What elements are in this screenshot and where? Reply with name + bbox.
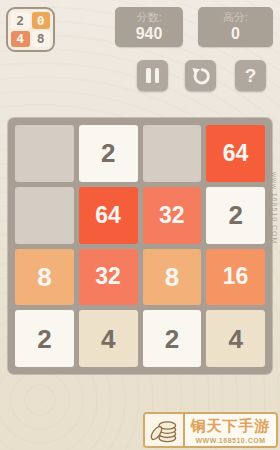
empty-cell [15,187,74,244]
tile-32: 32 [143,187,202,244]
pause-button[interactable] [137,60,168,91]
help-icon: ? [245,65,257,87]
best-score-value: 0 [231,25,240,43]
game-2048-screen: 2 0 4 8 分数: 940 高分: 0 ? 2646432283281624… [0,0,280,450]
logo-tile-8: 8 [32,31,51,48]
help-button[interactable]: ? [235,60,266,91]
tile-2: 2 [143,310,202,367]
tile-4: 4 [206,310,265,367]
empty-cell [15,125,74,182]
logo-tile-2: 2 [11,12,30,29]
coins-icon [145,414,185,446]
tile-16: 16 [206,249,265,306]
logo-2048: 2 0 4 8 [6,7,55,52]
tile-8: 8 [143,249,202,306]
watermark-text: 铜天下手游 WWW.168510.COM [185,414,276,446]
restart-button[interactable] [185,60,216,91]
pause-icon [146,68,159,83]
tile-2: 2 [206,187,265,244]
tile-8: 8 [15,249,74,306]
tile-32: 32 [79,249,138,306]
tile-2: 2 [79,125,138,182]
score-label: 分数: [136,11,161,25]
restart-icon [190,65,212,87]
tile-64: 64 [79,187,138,244]
watermark: 铜天下手游 WWW.168510.COM [143,412,278,448]
side-watermark: www.168510.COM [271,172,278,244]
best-score-box: 高分: 0 [198,7,273,47]
score-value: 940 [136,25,163,43]
tile-64: 64 [206,125,265,182]
game-board[interactable]: 264643228328162424 [8,118,272,374]
tile-4: 4 [79,310,138,367]
score-box: 分数: 940 [115,7,183,47]
watermark-title: 铜天下手游 [191,417,271,436]
logo-tile-0: 0 [32,12,51,29]
empty-cell [143,125,202,182]
best-score-label: 高分: [223,11,248,25]
tile-2: 2 [15,310,74,367]
logo-tile-4: 4 [11,31,30,48]
watermark-url: WWW.168510.COM [195,437,265,444]
